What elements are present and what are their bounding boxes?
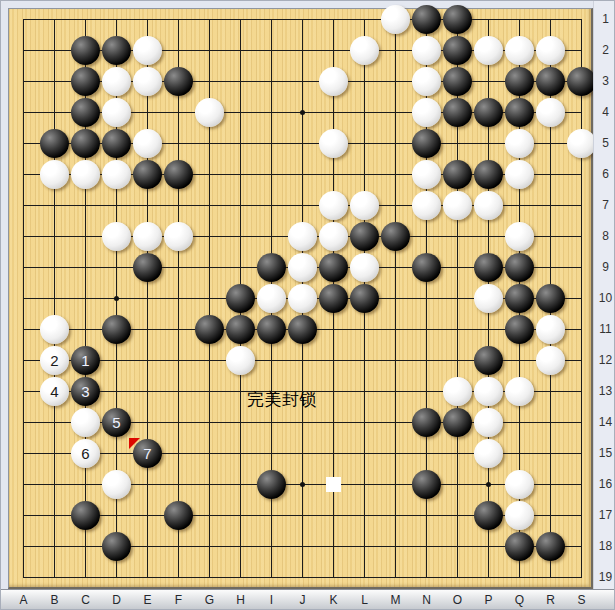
board-point-J4[interactable] xyxy=(287,97,318,128)
board-point-L11[interactable] xyxy=(349,314,380,345)
board-point-N15[interactable] xyxy=(411,438,442,469)
board-point-F8[interactable] xyxy=(163,221,194,252)
board-point-R10[interactable] xyxy=(535,283,566,314)
board-point-J14[interactable] xyxy=(287,407,318,438)
board-point-L6[interactable] xyxy=(349,159,380,190)
board-point-K9[interactable] xyxy=(318,252,349,283)
board-point-B9[interactable] xyxy=(39,252,70,283)
board-point-B6[interactable] xyxy=(39,159,70,190)
board-point-G4[interactable] xyxy=(194,97,225,128)
board-point-D13[interactable] xyxy=(101,376,132,407)
board-point-N9[interactable] xyxy=(411,252,442,283)
board-point-N13[interactable] xyxy=(411,376,442,407)
board-point-G5[interactable] xyxy=(194,128,225,159)
board-point-K10[interactable] xyxy=(318,283,349,314)
board-point-A11[interactable] xyxy=(8,314,39,345)
board-point-F18[interactable] xyxy=(163,531,194,562)
board-point-R13[interactable] xyxy=(535,376,566,407)
board-point-G1[interactable] xyxy=(194,4,225,35)
board-point-P13[interactable] xyxy=(473,376,504,407)
board-point-D16[interactable] xyxy=(101,469,132,500)
board-point-F10[interactable] xyxy=(163,283,194,314)
board-point-D4[interactable] xyxy=(101,97,132,128)
board-point-G7[interactable] xyxy=(194,190,225,221)
board-point-B4[interactable] xyxy=(39,97,70,128)
board-point-L2[interactable] xyxy=(349,35,380,66)
board-point-F11[interactable] xyxy=(163,314,194,345)
board-point-O18[interactable] xyxy=(442,531,473,562)
board-point-A14[interactable] xyxy=(8,407,39,438)
board-point-K14[interactable] xyxy=(318,407,349,438)
board-point-A16[interactable] xyxy=(8,469,39,500)
board-point-A12[interactable] xyxy=(8,345,39,376)
board-point-K5[interactable] xyxy=(318,128,349,159)
board-point-R11[interactable] xyxy=(535,314,566,345)
board-point-N11[interactable] xyxy=(411,314,442,345)
board-point-P8[interactable] xyxy=(473,221,504,252)
board-point-J12[interactable] xyxy=(287,345,318,376)
board-point-E12[interactable] xyxy=(132,345,163,376)
board-point-P4[interactable] xyxy=(473,97,504,128)
board-point-G2[interactable] xyxy=(194,35,225,66)
board-point-P14[interactable] xyxy=(473,407,504,438)
board-point-E13[interactable] xyxy=(132,376,163,407)
board-point-Q5[interactable] xyxy=(504,128,535,159)
board-point-Q11[interactable] xyxy=(504,314,535,345)
board-point-K6[interactable] xyxy=(318,159,349,190)
board-point-L14[interactable] xyxy=(349,407,380,438)
board-point-G10[interactable] xyxy=(194,283,225,314)
board-point-C7[interactable] xyxy=(70,190,101,221)
board-point-Q10[interactable] xyxy=(504,283,535,314)
board-point-C5[interactable] xyxy=(70,128,101,159)
board-point-H11[interactable] xyxy=(225,314,256,345)
board-point-R16[interactable] xyxy=(535,469,566,500)
board-point-N17[interactable] xyxy=(411,500,442,531)
board-point-D12[interactable] xyxy=(101,345,132,376)
board-point-F5[interactable] xyxy=(163,128,194,159)
board-point-A9[interactable] xyxy=(8,252,39,283)
board-point-A7[interactable] xyxy=(8,190,39,221)
board-point-E17[interactable] xyxy=(132,500,163,531)
board-point-Q8[interactable] xyxy=(504,221,535,252)
board-point-A2[interactable] xyxy=(8,35,39,66)
board-point-Q6[interactable] xyxy=(504,159,535,190)
board-point-C9[interactable] xyxy=(70,252,101,283)
board-point-Q4[interactable] xyxy=(504,97,535,128)
board-point-M2[interactable] xyxy=(380,35,411,66)
board-point-Q1[interactable] xyxy=(504,4,535,35)
board-point-R6[interactable] xyxy=(535,159,566,190)
board-point-R18[interactable] xyxy=(535,531,566,562)
board-point-A6[interactable] xyxy=(8,159,39,190)
board-point-M18[interactable] xyxy=(380,531,411,562)
board-point-G9[interactable] xyxy=(194,252,225,283)
board-point-F3[interactable] xyxy=(163,66,194,97)
board-point-M3[interactable] xyxy=(380,66,411,97)
board-point-F4[interactable] xyxy=(163,97,194,128)
board-point-K2[interactable] xyxy=(318,35,349,66)
board-point-R17[interactable] xyxy=(535,500,566,531)
board-point-H10[interactable] xyxy=(225,283,256,314)
board-point-I5[interactable] xyxy=(256,128,287,159)
board-point-C17[interactable] xyxy=(70,500,101,531)
board-point-H16[interactable] xyxy=(225,469,256,500)
board-point-H6[interactable] xyxy=(225,159,256,190)
board-point-D14[interactable]: 5 xyxy=(101,407,132,438)
board-point-E16[interactable] xyxy=(132,469,163,500)
board-point-D2[interactable] xyxy=(101,35,132,66)
board-point-D15[interactable] xyxy=(101,438,132,469)
board-point-C10[interactable] xyxy=(70,283,101,314)
board-point-J17[interactable] xyxy=(287,500,318,531)
board-point-P12[interactable] xyxy=(473,345,504,376)
board-point-L13[interactable] xyxy=(349,376,380,407)
board-point-M5[interactable] xyxy=(380,128,411,159)
board-point-C18[interactable] xyxy=(70,531,101,562)
board-point-O1[interactable] xyxy=(442,4,473,35)
board-point-P10[interactable] xyxy=(473,283,504,314)
board-point-N3[interactable] xyxy=(411,66,442,97)
board-point-M7[interactable] xyxy=(380,190,411,221)
board-point-F7[interactable] xyxy=(163,190,194,221)
board-point-C2[interactable] xyxy=(70,35,101,66)
board-point-B15[interactable] xyxy=(39,438,70,469)
board-point-H12[interactable] xyxy=(225,345,256,376)
board-point-G8[interactable] xyxy=(194,221,225,252)
board-point-E14[interactable] xyxy=(132,407,163,438)
board-point-F6[interactable] xyxy=(163,159,194,190)
board-point-I10[interactable] xyxy=(256,283,287,314)
board-point-J1[interactable] xyxy=(287,4,318,35)
board-point-F1[interactable] xyxy=(163,4,194,35)
board-point-L16[interactable] xyxy=(349,469,380,500)
board-point-E7[interactable] xyxy=(132,190,163,221)
board-point-C14[interactable] xyxy=(70,407,101,438)
board-point-M13[interactable] xyxy=(380,376,411,407)
board-point-M16[interactable] xyxy=(380,469,411,500)
board-point-B5[interactable] xyxy=(39,128,70,159)
board-point-F17[interactable] xyxy=(163,500,194,531)
board-point-Q18[interactable] xyxy=(504,531,535,562)
board-point-I3[interactable] xyxy=(256,66,287,97)
board-point-O10[interactable] xyxy=(442,283,473,314)
board-point-H4[interactable] xyxy=(225,97,256,128)
board-point-E15[interactable]: 7 xyxy=(132,438,163,469)
board-point-N4[interactable] xyxy=(411,97,442,128)
board-point-P7[interactable] xyxy=(473,190,504,221)
board-point-F9[interactable] xyxy=(163,252,194,283)
board-point-E8[interactable] xyxy=(132,221,163,252)
board-point-B14[interactable] xyxy=(39,407,70,438)
board-point-J10[interactable] xyxy=(287,283,318,314)
board-point-E5[interactable] xyxy=(132,128,163,159)
board-point-H7[interactable] xyxy=(225,190,256,221)
board-point-J5[interactable] xyxy=(287,128,318,159)
board-point-J8[interactable] xyxy=(287,221,318,252)
board-point-R5[interactable] xyxy=(535,128,566,159)
board-point-Q3[interactable] xyxy=(504,66,535,97)
board-point-A15[interactable] xyxy=(8,438,39,469)
board-point-D11[interactable] xyxy=(101,314,132,345)
board-point-K12[interactable] xyxy=(318,345,349,376)
board-point-I16[interactable] xyxy=(256,469,287,500)
board-point-K13[interactable] xyxy=(318,376,349,407)
board-point-M15[interactable] xyxy=(380,438,411,469)
board-point-B16[interactable] xyxy=(39,469,70,500)
board-point-R8[interactable] xyxy=(535,221,566,252)
board-point-K15[interactable] xyxy=(318,438,349,469)
board-point-F15[interactable] xyxy=(163,438,194,469)
board-point-K16[interactable] xyxy=(318,469,349,500)
board-point-I18[interactable] xyxy=(256,531,287,562)
board-point-L4[interactable] xyxy=(349,97,380,128)
board-point-O14[interactable] xyxy=(442,407,473,438)
board-point-Q16[interactable] xyxy=(504,469,535,500)
board-point-N6[interactable] xyxy=(411,159,442,190)
board-point-E1[interactable] xyxy=(132,4,163,35)
board-point-R1[interactable] xyxy=(535,4,566,35)
board-point-O17[interactable] xyxy=(442,500,473,531)
board-point-L12[interactable] xyxy=(349,345,380,376)
board-point-D10[interactable] xyxy=(101,283,132,314)
board-point-I17[interactable] xyxy=(256,500,287,531)
board-point-N14[interactable] xyxy=(411,407,442,438)
board-point-R12[interactable] xyxy=(535,345,566,376)
board-point-D3[interactable] xyxy=(101,66,132,97)
board-point-M12[interactable] xyxy=(380,345,411,376)
board-point-J2[interactable] xyxy=(287,35,318,66)
board-point-O13[interactable] xyxy=(442,376,473,407)
board-point-E2[interactable] xyxy=(132,35,163,66)
board-point-P15[interactable] xyxy=(473,438,504,469)
board-point-E4[interactable] xyxy=(132,97,163,128)
board-point-C16[interactable] xyxy=(70,469,101,500)
board-point-F16[interactable] xyxy=(163,469,194,500)
board-point-H8[interactable] xyxy=(225,221,256,252)
board-point-J7[interactable] xyxy=(287,190,318,221)
board-point-M4[interactable] xyxy=(380,97,411,128)
board-point-E3[interactable] xyxy=(132,66,163,97)
board-point-I15[interactable] xyxy=(256,438,287,469)
board-point-G18[interactable] xyxy=(194,531,225,562)
board-point-A3[interactable] xyxy=(8,66,39,97)
board-point-H1[interactable] xyxy=(225,4,256,35)
board-point-N1[interactable] xyxy=(411,4,442,35)
board-point-C15[interactable]: 6 xyxy=(70,438,101,469)
board-point-L15[interactable] xyxy=(349,438,380,469)
board-point-D7[interactable] xyxy=(101,190,132,221)
board-point-D9[interactable] xyxy=(101,252,132,283)
board-point-L10[interactable] xyxy=(349,283,380,314)
board-point-Q9[interactable] xyxy=(504,252,535,283)
board-point-B1[interactable] xyxy=(39,4,70,35)
board-point-G14[interactable] xyxy=(194,407,225,438)
board-point-I11[interactable] xyxy=(256,314,287,345)
board-point-Q15[interactable] xyxy=(504,438,535,469)
board-point-O5[interactable] xyxy=(442,128,473,159)
board-point-P6[interactable] xyxy=(473,159,504,190)
board-point-O16[interactable] xyxy=(442,469,473,500)
board-point-J6[interactable] xyxy=(287,159,318,190)
board-point-K1[interactable] xyxy=(318,4,349,35)
board-point-A18[interactable] xyxy=(8,531,39,562)
board-point-G17[interactable] xyxy=(194,500,225,531)
board-point-B12[interactable]: 2 xyxy=(39,345,70,376)
board-point-E10[interactable] xyxy=(132,283,163,314)
board-point-B17[interactable] xyxy=(39,500,70,531)
board-point-I8[interactable] xyxy=(256,221,287,252)
board-point-O9[interactable] xyxy=(442,252,473,283)
board-point-K7[interactable] xyxy=(318,190,349,221)
board-point-R7[interactable] xyxy=(535,190,566,221)
board-point-J15[interactable] xyxy=(287,438,318,469)
board-point-L8[interactable] xyxy=(349,221,380,252)
board-point-P11[interactable] xyxy=(473,314,504,345)
board-point-C3[interactable] xyxy=(70,66,101,97)
board-point-O7[interactable] xyxy=(442,190,473,221)
board-point-I2[interactable] xyxy=(256,35,287,66)
board-point-F12[interactable] xyxy=(163,345,194,376)
board-point-D1[interactable] xyxy=(101,4,132,35)
board-point-A4[interactable] xyxy=(8,97,39,128)
board-point-D8[interactable] xyxy=(101,221,132,252)
board-point-J16[interactable] xyxy=(287,469,318,500)
board-point-A17[interactable] xyxy=(8,500,39,531)
board-point-G16[interactable] xyxy=(194,469,225,500)
board-point-P17[interactable] xyxy=(473,500,504,531)
board-point-C13[interactable]: 3 xyxy=(70,376,101,407)
board-point-A8[interactable] xyxy=(8,221,39,252)
board-point-M17[interactable] xyxy=(380,500,411,531)
board-point-N2[interactable] xyxy=(411,35,442,66)
board-point-G11[interactable] xyxy=(194,314,225,345)
board-point-O12[interactable] xyxy=(442,345,473,376)
board-point-I4[interactable] xyxy=(256,97,287,128)
board-point-I7[interactable] xyxy=(256,190,287,221)
board-point-G15[interactable] xyxy=(194,438,225,469)
board-point-A13[interactable] xyxy=(8,376,39,407)
board-point-B8[interactable] xyxy=(39,221,70,252)
board-point-M1[interactable] xyxy=(380,4,411,35)
board-point-K4[interactable] xyxy=(318,97,349,128)
board-point-P18[interactable] xyxy=(473,531,504,562)
board-point-N12[interactable] xyxy=(411,345,442,376)
board-point-G13[interactable] xyxy=(194,376,225,407)
board-point-Q14[interactable] xyxy=(504,407,535,438)
board-point-O15[interactable] xyxy=(442,438,473,469)
board-point-N16[interactable] xyxy=(411,469,442,500)
board-point-K11[interactable] xyxy=(318,314,349,345)
board-point-R14[interactable] xyxy=(535,407,566,438)
board-point-L5[interactable] xyxy=(349,128,380,159)
board-point-J18[interactable] xyxy=(287,531,318,562)
board-point-Q12[interactable] xyxy=(504,345,535,376)
board-point-L1[interactable] xyxy=(349,4,380,35)
board-point-M9[interactable] xyxy=(380,252,411,283)
board-point-N8[interactable] xyxy=(411,221,442,252)
board-point-L17[interactable] xyxy=(349,500,380,531)
board-point-M8[interactable] xyxy=(380,221,411,252)
board-point-I12[interactable] xyxy=(256,345,287,376)
board-point-N5[interactable] xyxy=(411,128,442,159)
board-point-N18[interactable] xyxy=(411,531,442,562)
board-point-B11[interactable] xyxy=(39,314,70,345)
board-point-E9[interactable] xyxy=(132,252,163,283)
board-point-L9[interactable] xyxy=(349,252,380,283)
board-point-D18[interactable] xyxy=(101,531,132,562)
board-point-N10[interactable] xyxy=(411,283,442,314)
board-point-P1[interactable] xyxy=(473,4,504,35)
board-point-M10[interactable] xyxy=(380,283,411,314)
board-point-H15[interactable] xyxy=(225,438,256,469)
board-point-B10[interactable] xyxy=(39,283,70,314)
board-point-P16[interactable] xyxy=(473,469,504,500)
board-point-C6[interactable] xyxy=(70,159,101,190)
board-point-J9[interactable] xyxy=(287,252,318,283)
board-point-K3[interactable] xyxy=(318,66,349,97)
board-point-P3[interactable] xyxy=(473,66,504,97)
board-point-R2[interactable] xyxy=(535,35,566,66)
board-point-K17[interactable] xyxy=(318,500,349,531)
board-point-P9[interactable] xyxy=(473,252,504,283)
board-point-A1[interactable] xyxy=(8,4,39,35)
board-point-D17[interactable] xyxy=(101,500,132,531)
board-point-M14[interactable] xyxy=(380,407,411,438)
board-point-B7[interactable] xyxy=(39,190,70,221)
board-point-G12[interactable] xyxy=(194,345,225,376)
board-point-C4[interactable] xyxy=(70,97,101,128)
board-point-B18[interactable] xyxy=(39,531,70,562)
board-point-F2[interactable] xyxy=(163,35,194,66)
board-point-Q13[interactable] xyxy=(504,376,535,407)
board-point-O2[interactable] xyxy=(442,35,473,66)
board-point-P2[interactable] xyxy=(473,35,504,66)
board-point-O8[interactable] xyxy=(442,221,473,252)
board-point-L18[interactable] xyxy=(349,531,380,562)
board-point-A5[interactable] xyxy=(8,128,39,159)
board-point-C8[interactable] xyxy=(70,221,101,252)
board-point-R4[interactable] xyxy=(535,97,566,128)
board-point-G6[interactable] xyxy=(194,159,225,190)
board-point-Q2[interactable] xyxy=(504,35,535,66)
board-point-Q7[interactable] xyxy=(504,190,535,221)
board-point-R9[interactable] xyxy=(535,252,566,283)
board-point-D6[interactable] xyxy=(101,159,132,190)
board-point-R3[interactable] xyxy=(535,66,566,97)
board-point-I14[interactable] xyxy=(256,407,287,438)
board-point-O6[interactable] xyxy=(442,159,473,190)
board-point-B3[interactable] xyxy=(39,66,70,97)
board-point-M11[interactable] xyxy=(380,314,411,345)
board-point-B13[interactable]: 4 xyxy=(39,376,70,407)
board-point-C11[interactable] xyxy=(70,314,101,345)
board-point-H3[interactable] xyxy=(225,66,256,97)
board-point-I1[interactable] xyxy=(256,4,287,35)
board-point-F14[interactable] xyxy=(163,407,194,438)
board-point-H2[interactable] xyxy=(225,35,256,66)
board-point-H14[interactable] xyxy=(225,407,256,438)
board-point-F13[interactable] xyxy=(163,376,194,407)
board-point-H18[interactable] xyxy=(225,531,256,562)
board-point-B2[interactable] xyxy=(39,35,70,66)
board-point-Q17[interactable] xyxy=(504,500,535,531)
board-point-D5[interactable] xyxy=(101,128,132,159)
board-point-P5[interactable] xyxy=(473,128,504,159)
board-point-A10[interactable] xyxy=(8,283,39,314)
board-point-K8[interactable] xyxy=(318,221,349,252)
board-point-I6[interactable] xyxy=(256,159,287,190)
